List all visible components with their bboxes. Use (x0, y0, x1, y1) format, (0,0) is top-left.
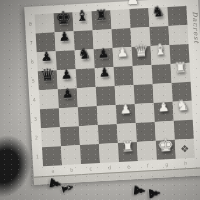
square-c7 (74, 30, 94, 50)
square-d4 (96, 86, 116, 106)
square-b3 (59, 107, 79, 127)
square-e2 (117, 123, 137, 143)
square-d8 (92, 10, 112, 30)
square-f4 (134, 84, 154, 104)
square-e5 (114, 66, 134, 86)
square-g7 (149, 26, 169, 46)
offboard-black-pawn: ♟ (146, 186, 162, 200)
square-f2 (136, 122, 156, 142)
square-d2 (98, 124, 118, 144)
square-c8 (73, 11, 93, 31)
square-b2 (60, 126, 80, 146)
square-g4 (153, 83, 173, 103)
square-c3 (78, 106, 98, 126)
square-f3 (135, 103, 155, 123)
square-g2 (155, 121, 175, 141)
square-a5 (38, 70, 58, 90)
square-a3 (40, 108, 60, 128)
square-c6 (75, 49, 95, 69)
square-h6 (170, 44, 190, 64)
offboard-white-pawn: ♟ (126, 0, 139, 7)
square-f7 (131, 27, 151, 47)
square-f5 (133, 65, 153, 85)
square-a4 (39, 89, 59, 109)
square-h3 (173, 101, 193, 121)
square-f8 (129, 8, 149, 28)
square-f1 (137, 141, 157, 161)
board-logo-emblem: ❖ (175, 139, 195, 159)
square-b6 (56, 50, 76, 70)
offboard-black-bishop: ♝ (58, 180, 76, 197)
square-c4 (77, 87, 97, 107)
square-c2 (79, 125, 99, 145)
square-h7 (168, 25, 188, 45)
square-h5 (171, 63, 191, 83)
square-g8 (148, 7, 168, 27)
square-a2 (41, 127, 61, 147)
square-h1: ❖ (175, 139, 195, 159)
square-a8 (35, 13, 55, 33)
square-b4 (58, 88, 78, 108)
square-d3 (97, 105, 117, 125)
square-g3 (154, 102, 174, 122)
square-b1 (61, 145, 81, 165)
square-e7 (112, 28, 132, 48)
photo-frame: 87654321 ❖ ♚♝♜♞♟♟♞♟♛♟♟♟♟♛♝♜♟♟♞♜♚ abcdefg… (0, 0, 200, 200)
square-h4 (172, 82, 192, 102)
square-b7 (55, 31, 75, 51)
square-g5 (152, 64, 172, 84)
square-a1 (42, 146, 62, 166)
square-e3 (116, 104, 136, 124)
square-d7 (93, 29, 113, 49)
square-a6 (37, 51, 57, 71)
square-b5 (57, 69, 77, 89)
square-e8 (110, 9, 130, 29)
square-h8 (167, 6, 187, 26)
chess-board: 87654321 ❖ ♚♝♜♞♟♟♞♟♛♟♟♟♟♛♝♜♟♟♞♜♚ abcdefg… (24, 0, 200, 185)
square-d6 (94, 48, 114, 68)
square-g6 (151, 45, 171, 65)
square-a7 (36, 32, 56, 52)
square-d1 (99, 143, 119, 163)
square-h2 (174, 120, 194, 140)
square-c1 (80, 144, 100, 164)
square-b8 (54, 12, 74, 32)
square-g1 (156, 140, 176, 160)
square-c5 (76, 68, 96, 88)
square-e4 (115, 85, 135, 105)
board-grid: ❖ (35, 6, 195, 166)
square-f6 (132, 46, 152, 66)
square-d5 (95, 67, 115, 87)
square-e1 (118, 142, 138, 162)
square-e6 (113, 47, 133, 67)
